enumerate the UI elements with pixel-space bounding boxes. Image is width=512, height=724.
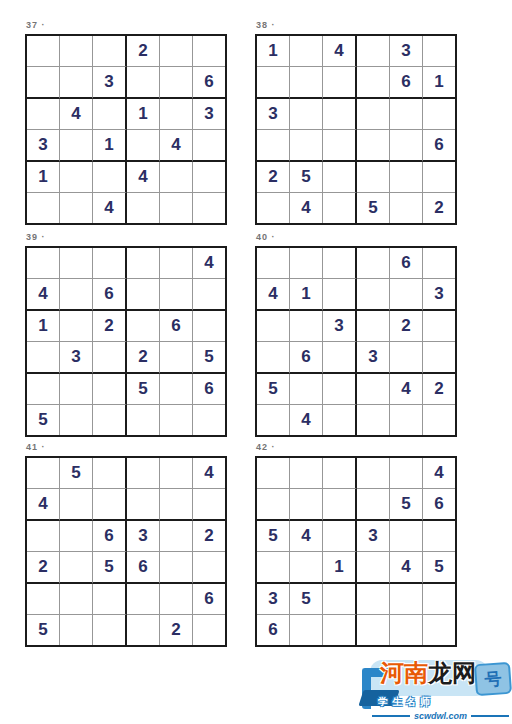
puzzle-42: 42 · 456543145356 (255, 442, 465, 647)
cell-r1c2 (60, 248, 93, 279)
cell-r3c3: 2 (93, 311, 127, 342)
cell-r5c3 (93, 584, 127, 615)
cell-r3c3 (93, 99, 127, 130)
cell-r3c6: 2 (193, 521, 225, 552)
cell-r6c4 (127, 405, 160, 435)
cell-r1c5: 3 (390, 36, 423, 67)
cell-r4c6: 5 (193, 342, 225, 374)
cell-r3c2: 4 (290, 521, 323, 552)
cell-r5c6: 6 (193, 374, 225, 405)
cell-r1c3: 4 (323, 36, 357, 67)
cell-r1c2: 5 (60, 458, 93, 489)
cell-r3c5: 6 (160, 311, 193, 342)
cell-r5c5 (160, 584, 193, 615)
cell-r3c1: 3 (257, 99, 290, 130)
cell-r6c4 (127, 615, 160, 645)
sudoku-grid-38: 143613625452 (255, 34, 457, 225)
cell-r6c1: 5 (27, 405, 60, 435)
cell-r6c5 (160, 193, 193, 223)
puzzle-41-label: 41 · (26, 442, 235, 453)
cell-r6c4 (357, 615, 390, 645)
cell-r4c3: 1 (323, 552, 357, 584)
puzzle-42-label: 42 · (256, 442, 465, 453)
cell-r6c6 (193, 193, 225, 223)
cell-r2c2 (60, 67, 93, 99)
cell-r1c6 (423, 248, 455, 279)
cell-r2c5 (390, 279, 423, 311)
cell-r2c6: 1 (423, 67, 455, 99)
cell-r6c5 (390, 615, 423, 645)
cell-r4c1: 3 (27, 130, 60, 162)
cell-r4c4 (127, 130, 160, 162)
cell-r3c4: 3 (357, 521, 390, 552)
cell-r5c6: 6 (193, 584, 225, 615)
cell-r4c6: 5 (423, 552, 455, 584)
cell-r2c6 (193, 279, 225, 311)
cell-r5c1 (27, 584, 60, 615)
cell-r4c3: 5 (93, 552, 127, 584)
puzzle-38-label: 38 · (256, 20, 465, 31)
sudoku-grid-40: 641332635424 (255, 246, 457, 437)
cell-r2c1 (257, 67, 290, 99)
cell-r5c1: 3 (257, 584, 290, 615)
cell-r1c4 (127, 248, 160, 279)
cell-r1c1 (27, 458, 60, 489)
cell-r4c4 (357, 552, 390, 584)
cell-r3c1 (257, 311, 290, 342)
sudoku-grid-39: 446126325565 (25, 246, 227, 437)
cell-r6c2 (60, 405, 93, 435)
puzzle-37: 37 · 236413314144 (25, 20, 235, 225)
cell-r3c3: 3 (323, 311, 357, 342)
cell-r4c4 (357, 130, 390, 162)
cell-r3c5 (160, 99, 193, 130)
cell-r1c6: 4 (193, 458, 225, 489)
cell-r4c3 (323, 130, 357, 162)
cell-r5c3 (93, 374, 127, 405)
cell-r6c1: 6 (257, 615, 290, 645)
cell-r3c2 (60, 521, 93, 552)
cell-r3c3 (323, 521, 357, 552)
cell-r1c5 (160, 248, 193, 279)
cell-r1c1 (27, 36, 60, 67)
cell-r1c2 (290, 36, 323, 67)
cell-r4c1 (27, 342, 60, 374)
cell-r2c4 (357, 279, 390, 311)
watermark-slogan: 学生名师 (378, 695, 434, 709)
cell-r6c1 (257, 193, 290, 223)
cell-r5c3 (93, 162, 127, 193)
cell-r3c2 (290, 311, 323, 342)
cell-r4c3 (93, 342, 127, 374)
cell-r2c6 (193, 489, 225, 521)
cell-r3c2 (290, 99, 323, 130)
cell-r3c4 (127, 311, 160, 342)
cell-r2c3: 6 (93, 279, 127, 311)
cell-r6c3 (93, 615, 127, 645)
cell-r1c3 (93, 458, 127, 489)
cell-r1c2 (60, 36, 93, 67)
cell-r5c6 (423, 584, 455, 615)
cell-r1c4 (357, 458, 390, 489)
cell-r6c2: 4 (290, 405, 323, 435)
cell-r5c6 (423, 162, 455, 193)
cell-r5c1: 1 (27, 162, 60, 193)
sudoku-grid-42: 456543145356 (255, 456, 457, 647)
cell-r1c1 (257, 248, 290, 279)
cell-r4c2 (290, 552, 323, 584)
cell-r2c5: 5 (390, 489, 423, 521)
cell-r4c2 (290, 130, 323, 162)
cell-r1c6 (193, 36, 225, 67)
cell-r5c6: 2 (423, 374, 455, 405)
cell-r5c1: 2 (257, 162, 290, 193)
watermark-site-line: scwdwl.com (372, 711, 509, 721)
cell-r6c3 (323, 615, 357, 645)
cell-r2c3 (93, 489, 127, 521)
cell-r5c1: 5 (257, 374, 290, 405)
cell-r3c4: 3 (127, 521, 160, 552)
cell-r6c5 (390, 193, 423, 223)
cell-r6c4: 5 (357, 193, 390, 223)
cell-r4c2: 3 (60, 342, 93, 374)
cell-r4c6 (193, 552, 225, 584)
cell-r5c2 (60, 374, 93, 405)
cell-r2c2: 1 (290, 279, 323, 311)
cell-r2c6: 6 (423, 489, 455, 521)
cell-r1c6: 4 (193, 248, 225, 279)
cell-r4c6: 6 (423, 130, 455, 162)
cell-r2c1 (257, 489, 290, 521)
cell-r2c4 (127, 67, 160, 99)
cell-r5c2 (60, 584, 93, 615)
cell-r3c1: 5 (257, 521, 290, 552)
cell-r1c5 (160, 36, 193, 67)
cell-r2c2 (60, 279, 93, 311)
cell-r5c5 (160, 162, 193, 193)
cell-r6c1 (27, 193, 60, 223)
cell-r1c6 (423, 36, 455, 67)
watermark-brand-henan: 河南 (380, 659, 428, 686)
cell-r1c4 (127, 458, 160, 489)
cell-r3c2: 4 (60, 99, 93, 130)
cell-r5c5 (390, 584, 423, 615)
cell-r3c3 (323, 99, 357, 130)
cell-r5c5 (390, 162, 423, 193)
cell-r5c5: 4 (390, 374, 423, 405)
cell-r1c3 (93, 248, 127, 279)
cell-r2c5 (160, 279, 193, 311)
cell-r4c1 (257, 342, 290, 374)
cell-r2c3 (323, 489, 357, 521)
cell-r3c5: 2 (390, 311, 423, 342)
cell-r2c3 (323, 279, 357, 311)
cell-r6c6 (423, 615, 455, 645)
cell-r2c5 (160, 67, 193, 99)
cell-r4c2: 6 (290, 342, 323, 374)
cell-r4c5: 4 (160, 130, 193, 162)
cell-r1c5 (160, 458, 193, 489)
cell-r1c3 (323, 248, 357, 279)
watermark-rule-right (471, 715, 509, 717)
cell-r1c2 (290, 458, 323, 489)
cell-r5c4: 4 (127, 162, 160, 193)
cell-r4c6 (193, 130, 225, 162)
cell-r1c3 (93, 36, 127, 67)
cell-r2c3: 3 (93, 67, 127, 99)
cell-r5c1 (27, 374, 60, 405)
cell-r4c6 (423, 342, 455, 374)
cell-r2c1 (27, 67, 60, 99)
cell-r3c2 (60, 311, 93, 342)
cell-r1c4: 2 (127, 36, 160, 67)
cell-r2c5 (160, 489, 193, 521)
cell-r6c6: 2 (423, 193, 455, 223)
sudoku-grid-41: 544632256652 (25, 456, 227, 647)
cell-r2c6: 3 (423, 279, 455, 311)
cell-r6c3 (93, 405, 127, 435)
cell-r5c6 (193, 162, 225, 193)
cell-r5c2 (290, 374, 323, 405)
cell-r5c4 (127, 584, 160, 615)
cell-r5c2: 5 (290, 162, 323, 193)
cell-r6c6 (423, 405, 455, 435)
cell-r1c2 (290, 248, 323, 279)
cell-r3c6 (193, 311, 225, 342)
cell-r1c4 (357, 36, 390, 67)
cell-r1c5 (390, 458, 423, 489)
cell-r4c4: 6 (127, 552, 160, 584)
cell-r3c6 (423, 99, 455, 130)
cell-r6c2 (60, 615, 93, 645)
cell-r1c5: 6 (390, 248, 423, 279)
puzzle-39: 39 · 446126325565 (25, 232, 235, 437)
cell-r6c1: 5 (27, 615, 60, 645)
watermark-brand-longwang: 龙网 (428, 659, 476, 686)
cell-r6c1 (257, 405, 290, 435)
cell-r6c5: 2 (160, 615, 193, 645)
cell-r6c3: 4 (93, 193, 127, 223)
watermark-seal-icon: 号 (474, 662, 512, 696)
cell-r2c4 (127, 489, 160, 521)
cell-r6c6 (193, 405, 225, 435)
cell-r4c5 (390, 342, 423, 374)
cell-r2c4 (357, 489, 390, 521)
watermark-rule-left (372, 715, 410, 717)
cell-r6c4 (127, 193, 160, 223)
puzzle-39-label: 39 · (26, 232, 235, 243)
cell-r5c3 (323, 584, 357, 615)
cell-r3c6 (423, 521, 455, 552)
cell-r3c4: 1 (127, 99, 160, 130)
cell-r6c5 (390, 405, 423, 435)
cell-r5c5 (160, 374, 193, 405)
cell-r5c4 (357, 584, 390, 615)
cell-r4c4: 3 (357, 342, 390, 374)
puzzle-40-label: 40 · (256, 232, 465, 243)
cell-r5c3 (323, 374, 357, 405)
cell-r1c4 (357, 248, 390, 279)
cell-r1c6: 4 (423, 458, 455, 489)
cell-r4c3: 1 (93, 130, 127, 162)
puzzle-41: 41 · 544632256652 (25, 442, 235, 647)
cell-r3c5 (390, 99, 423, 130)
cell-r1c3 (323, 458, 357, 489)
cell-r4c1: 2 (27, 552, 60, 584)
cell-r5c4 (357, 162, 390, 193)
cell-r6c2 (60, 193, 93, 223)
cell-r6c2: 4 (290, 193, 323, 223)
puzzle-sheet: 37 · 236413314144 38 · 143613625452 39 ·… (0, 0, 512, 724)
cell-r3c1 (27, 521, 60, 552)
cell-r1c1 (257, 458, 290, 489)
cell-r2c1: 4 (257, 279, 290, 311)
cell-r3c3: 6 (93, 521, 127, 552)
cell-r4c5 (390, 130, 423, 162)
cell-r4c3 (323, 342, 357, 374)
cell-r3c1 (27, 99, 60, 130)
cell-r5c2: 5 (290, 584, 323, 615)
cell-r6c3 (323, 193, 357, 223)
cell-r3c5 (160, 521, 193, 552)
cell-r2c2 (60, 489, 93, 521)
cell-r2c5: 6 (390, 67, 423, 99)
cell-r2c1: 4 (27, 279, 60, 311)
cell-r1c1: 1 (257, 36, 290, 67)
watermark-brand: 河南龙网 (380, 661, 476, 685)
cell-r5c2 (60, 162, 93, 193)
cell-r4c4: 2 (127, 342, 160, 374)
cell-r4c2 (60, 130, 93, 162)
cell-r3c4 (357, 311, 390, 342)
cell-r6c6 (193, 615, 225, 645)
cell-r3c5 (390, 521, 423, 552)
cell-r4c2 (60, 552, 93, 584)
cell-r4c5 (160, 342, 193, 374)
cell-r2c3 (323, 67, 357, 99)
cell-r2c1: 4 (27, 489, 60, 521)
cell-r6c2 (290, 615, 323, 645)
site-watermark: 河南龙网 号 学生名师 scwdwl.com (360, 658, 512, 722)
cell-r1c1 (27, 248, 60, 279)
cell-r4c5: 4 (390, 552, 423, 584)
cell-r3c6: 3 (193, 99, 225, 130)
cell-r3c4 (357, 99, 390, 130)
watermark-site-url: scwdwl.com (414, 711, 467, 721)
cell-r4c5 (160, 552, 193, 584)
puzzle-38: 38 · 143613625452 (255, 20, 465, 225)
cell-r2c6: 6 (193, 67, 225, 99)
cell-r4c1 (257, 130, 290, 162)
cell-r2c2 (290, 67, 323, 99)
puzzle-40: 40 · 641332635424 (255, 232, 465, 437)
cell-r3c6 (423, 311, 455, 342)
cell-r2c4 (357, 67, 390, 99)
cell-r3c1: 1 (27, 311, 60, 342)
cell-r6c5 (160, 405, 193, 435)
sudoku-grid-37: 236413314144 (25, 34, 227, 225)
cell-r5c4 (357, 374, 390, 405)
cell-r5c3 (323, 162, 357, 193)
cell-r2c2 (290, 489, 323, 521)
puzzle-37-label: 37 · (26, 20, 235, 31)
cell-r5c4: 5 (127, 374, 160, 405)
cell-r2c4 (127, 279, 160, 311)
cell-r6c3 (323, 405, 357, 435)
cell-r6c4 (357, 405, 390, 435)
cell-r4c1 (257, 552, 290, 584)
